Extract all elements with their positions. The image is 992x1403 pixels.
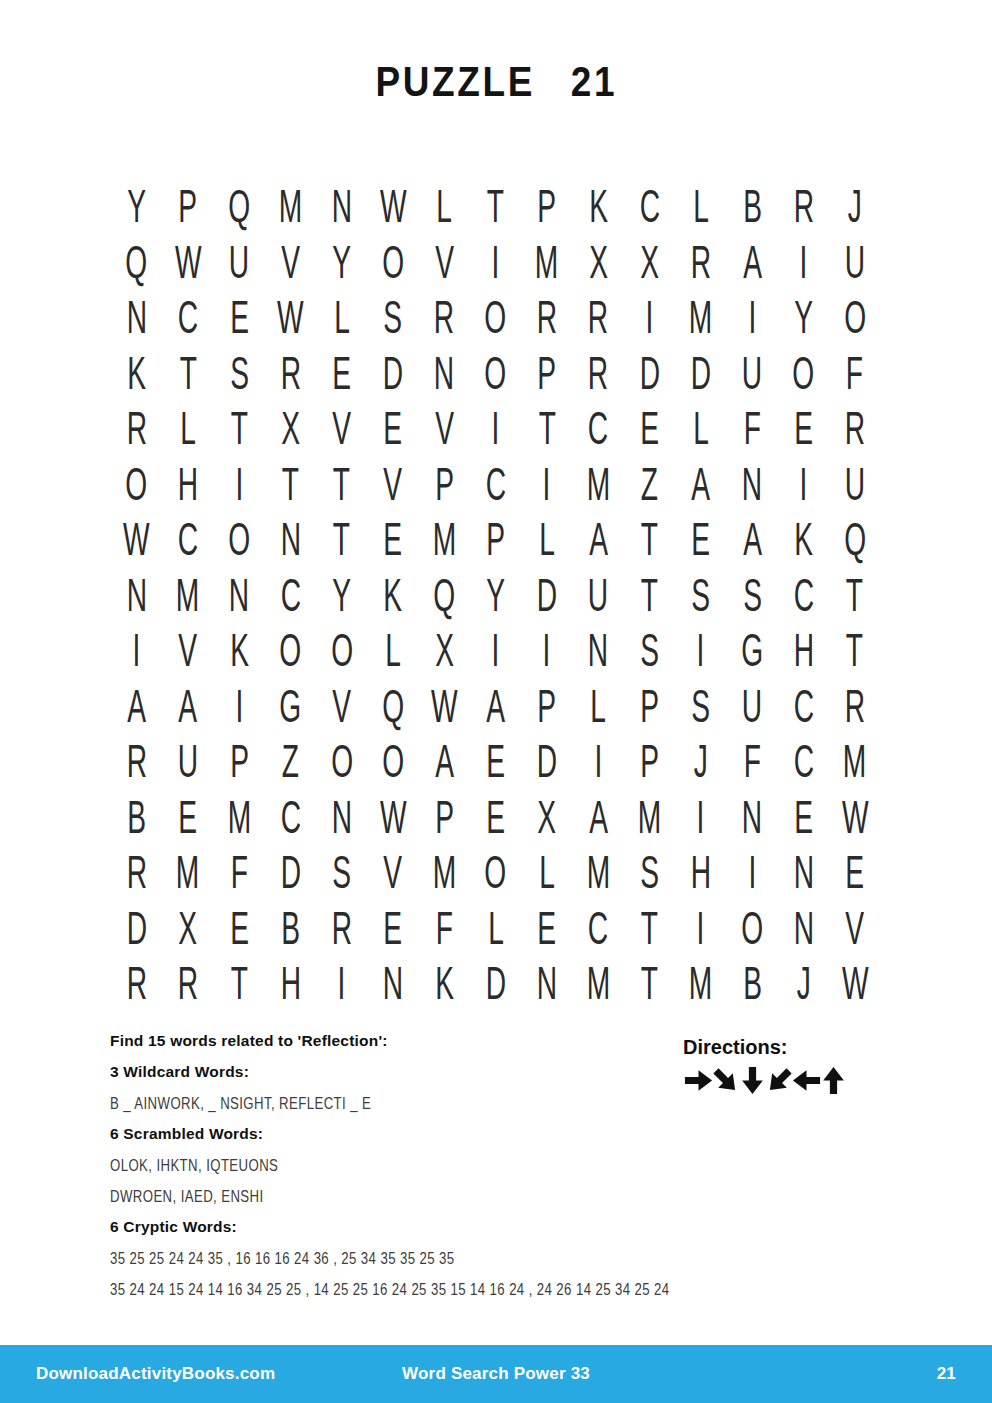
wildcard-words-line: B _ AINWORK, _ NSIGHT, REFLECTI _ E <box>110 1094 695 1112</box>
grid-letter: X <box>179 904 198 951</box>
grid-cell: E <box>829 844 880 900</box>
grid-cell: J <box>829 178 880 234</box>
grid-cell: O <box>470 345 521 401</box>
grid-letter: T <box>333 515 350 562</box>
grid-cell: A <box>470 678 521 734</box>
grid-cell: U <box>829 456 880 512</box>
grid-cell: A <box>675 456 726 512</box>
grid-letter: L <box>385 626 401 673</box>
grid-cell: T <box>265 456 316 512</box>
grid-letter: N <box>280 515 300 562</box>
grid-cell: E <box>778 789 829 845</box>
grid-cell: X <box>265 400 316 456</box>
grid-letter: J <box>848 182 862 229</box>
grid-cell: Y <box>470 567 521 623</box>
grid-letter: T <box>179 349 196 396</box>
grid-cell: C <box>265 789 316 845</box>
grid-cell: U <box>727 345 778 401</box>
grid-cell: I <box>316 955 367 1011</box>
grid-cell: R <box>162 955 213 1011</box>
grid-cell: W <box>367 789 418 845</box>
grid-cell: N <box>367 955 418 1011</box>
grid-letter: A <box>743 515 762 562</box>
footer-website: DownloadActivityBooks.com <box>36 1364 275 1384</box>
grid-cell: V <box>162 622 213 678</box>
grid-cell: R <box>829 400 880 456</box>
grid-letter: J <box>694 737 708 784</box>
grid-letter: E <box>794 793 813 840</box>
grid-letter: M <box>279 182 302 229</box>
grid-cell: T <box>214 955 265 1011</box>
grid-cell: I <box>675 789 726 845</box>
grid-cell: P <box>521 178 572 234</box>
grid-cell: R <box>265 345 316 401</box>
grid-letter: W <box>841 793 868 840</box>
grid-letter: X <box>281 404 300 451</box>
grid-cell: N <box>573 622 624 678</box>
grid-letter: V <box>332 682 351 729</box>
grid-cell: O <box>316 733 367 789</box>
grid-cell: A <box>727 511 778 567</box>
grid-letter: I <box>235 682 243 729</box>
grid-cell: C <box>162 289 213 345</box>
grid-cell: X <box>419 622 470 678</box>
grid-cell: D <box>624 345 675 401</box>
grid-cell: T <box>162 345 213 401</box>
grid-letter: E <box>179 793 198 840</box>
grid-letter: R <box>588 293 608 340</box>
grid-cell: R <box>111 955 162 1011</box>
grid-letter: J <box>796 959 810 1006</box>
grid-cell: I <box>675 900 726 956</box>
find-words-label: Find 15 words related to 'Reflection': <box>110 1032 695 1050</box>
grid-letter: I <box>697 904 705 951</box>
grid-cell: M <box>162 844 213 900</box>
grid-cell: U <box>727 678 778 734</box>
grid-letter: V <box>384 460 403 507</box>
grid-letter: L <box>180 404 196 451</box>
grid-cell: L <box>521 844 572 900</box>
grid-letter: T <box>846 626 863 673</box>
grid-cell: N <box>111 289 162 345</box>
grid-cell: O <box>367 234 418 290</box>
grid-cell: W <box>829 955 880 1011</box>
grid-letter: M <box>535 238 558 285</box>
grid-cell: D <box>111 900 162 956</box>
grid-cell: T <box>214 400 265 456</box>
grid-letter: H <box>793 626 813 673</box>
grid-letter: C <box>280 793 300 840</box>
grid-cell: N <box>727 789 778 845</box>
grid-letter: H <box>280 959 300 1006</box>
grid-cell: M <box>162 567 213 623</box>
grid-cell: E <box>367 400 418 456</box>
grid-letter: G <box>741 626 763 673</box>
grid-letter: O <box>331 626 353 673</box>
grid-letter: N <box>126 293 146 340</box>
grid-letter: C <box>280 571 300 618</box>
grid-cell: D <box>470 955 521 1011</box>
grid-letter: K <box>230 626 249 673</box>
grid-cell: N <box>521 955 572 1011</box>
grid-letter: E <box>384 904 403 951</box>
grid-cell: I <box>470 234 521 290</box>
grid-letter: U <box>742 682 762 729</box>
grid-letter: S <box>743 571 762 618</box>
grid-letter: A <box>127 682 146 729</box>
grid-letter: C <box>793 571 813 618</box>
grid-cell: L <box>419 178 470 234</box>
grid-cell: S <box>675 678 726 734</box>
grid-letter: E <box>486 793 505 840</box>
grid-letter: P <box>640 737 659 784</box>
grid-cell: Z <box>624 456 675 512</box>
grid-letter: C <box>588 404 608 451</box>
grid-letter: O <box>126 460 148 507</box>
grid-letter: I <box>492 404 500 451</box>
grid-cell: H <box>265 955 316 1011</box>
grid-cell: E <box>316 345 367 401</box>
grid-cell: V <box>367 456 418 512</box>
grid-cell: E <box>470 733 521 789</box>
grid-letter: W <box>380 793 407 840</box>
grid-cell: U <box>214 234 265 290</box>
grid-cell: A <box>573 511 624 567</box>
grid-letter: I <box>646 293 654 340</box>
grid-cell: Y <box>778 289 829 345</box>
grid-cell: K <box>111 345 162 401</box>
grid-letter: L <box>539 848 555 895</box>
grid-letter: N <box>383 959 403 1006</box>
grid-letter: H <box>691 848 711 895</box>
grid-letter: D <box>639 349 659 396</box>
grid-cell: E <box>367 511 418 567</box>
directions-label: Directions: <box>683 1036 845 1059</box>
grid-letter: M <box>227 793 250 840</box>
grid-letter: B <box>281 904 300 951</box>
grid-letter: R <box>845 682 865 729</box>
grid-letter: T <box>538 404 555 451</box>
grid-letter: O <box>280 626 302 673</box>
grid-letter: U <box>845 238 865 285</box>
grid-letter: N <box>742 793 762 840</box>
grid-cell: I <box>778 456 829 512</box>
grid-letter: R <box>588 349 608 396</box>
grid-cell: X <box>573 234 624 290</box>
grid-cell: V <box>419 400 470 456</box>
grid-letter: E <box>538 904 557 951</box>
grid-cell: W <box>419 678 470 734</box>
grid-letter: D <box>537 737 557 784</box>
grid-letter: R <box>537 293 557 340</box>
grid-cell: M <box>573 456 624 512</box>
grid-cell: T <box>316 511 367 567</box>
grid-cell: M <box>419 511 470 567</box>
grid-letter: E <box>845 848 864 895</box>
grid-letter: K <box>384 571 403 618</box>
page-title: PUZZLE 21 <box>0 58 992 106</box>
grid-cell: Y <box>316 567 367 623</box>
grid-cell: M <box>265 178 316 234</box>
grid-letter: R <box>126 404 146 451</box>
grid-letter: N <box>332 793 352 840</box>
grid-cell: U <box>162 733 213 789</box>
grid-cell: Y <box>316 234 367 290</box>
page-title-text: PUZZLE 21 <box>375 58 617 106</box>
grid-letter: I <box>697 793 705 840</box>
grid-cell: N <box>214 567 265 623</box>
grid-cell: M <box>573 955 624 1011</box>
grid-letter: R <box>126 848 146 895</box>
grid-letter: F <box>231 848 248 895</box>
grid-letter: E <box>794 404 813 451</box>
grid-cell: S <box>624 844 675 900</box>
grid-letter: O <box>485 293 507 340</box>
grid-letter: L <box>590 682 606 729</box>
grid-letter: G <box>280 682 302 729</box>
grid-letter: P <box>230 737 249 784</box>
grid-letter: X <box>640 238 659 285</box>
grid-letter: W <box>380 182 407 229</box>
grid-cell: H <box>675 844 726 900</box>
grid-cell: W <box>111 511 162 567</box>
grid-cell: P <box>521 345 572 401</box>
grid-letter: M <box>689 959 712 1006</box>
grid-cell: V <box>419 234 470 290</box>
grid-cell: P <box>419 456 470 512</box>
grid-cell: A <box>162 678 213 734</box>
grid-letter: K <box>794 515 813 562</box>
scrambled-words-line-1: OLOK, IHKTN, IQTEUONS <box>110 1156 695 1174</box>
grid-cell: L <box>675 178 726 234</box>
grid-letter: C <box>793 737 813 784</box>
grid-cell: E <box>214 289 265 345</box>
grid-cell: E <box>367 900 418 956</box>
grid-letter: A <box>692 460 711 507</box>
grid-cell: X <box>521 789 572 845</box>
grid-letter: V <box>845 904 864 951</box>
grid-letter: I <box>748 293 756 340</box>
grid-cell: W <box>265 289 316 345</box>
grid-letter: Y <box>332 571 351 618</box>
grid-cell: E <box>521 900 572 956</box>
grid-letter: M <box>689 293 712 340</box>
grid-cell: E <box>778 400 829 456</box>
grid-cell: P <box>214 733 265 789</box>
grid-cell: I <box>521 456 572 512</box>
grid-letter: R <box>126 959 146 1006</box>
grid-letter: M <box>587 848 610 895</box>
grid-letter: S <box>692 682 711 729</box>
grid-letter: O <box>485 349 507 396</box>
grid-letter: E <box>384 515 403 562</box>
grid-cell: Q <box>419 567 470 623</box>
grid-letter: C <box>639 182 659 229</box>
grid-letter: W <box>841 959 868 1006</box>
grid-cell: T <box>829 622 880 678</box>
grid-cell: C <box>573 400 624 456</box>
grid-cell: N <box>265 511 316 567</box>
grid-cell: K <box>778 511 829 567</box>
grid-cell: R <box>778 178 829 234</box>
grid-letter: I <box>748 848 756 895</box>
grid-letter: I <box>697 626 705 673</box>
grid-letter: D <box>537 571 557 618</box>
grid-cell: K <box>367 567 418 623</box>
grid-letter: T <box>846 571 863 618</box>
grid-letter: E <box>692 515 711 562</box>
grid-cell: E <box>624 400 675 456</box>
grid-letter: C <box>588 904 608 951</box>
grid-cell: Q <box>111 234 162 290</box>
grid-cell: E <box>162 789 213 845</box>
grid-cell: C <box>265 567 316 623</box>
grid-letter: Q <box>126 238 148 285</box>
grid-letter: D <box>280 848 300 895</box>
grid-cell: M <box>521 234 572 290</box>
grid-cell: O <box>470 289 521 345</box>
grid-letter: E <box>230 904 249 951</box>
directions-section: Directions: <box>683 1036 845 1096</box>
grid-cell: S <box>624 622 675 678</box>
grid-cell: C <box>778 733 829 789</box>
grid-letter: P <box>435 460 454 507</box>
grid-letter: F <box>846 349 863 396</box>
puzzle-page: PUZZLE 21 YPQMNWLTPKCLBRJQWUVYOVIMXXRAIU… <box>0 0 992 1403</box>
grid-cell: G <box>727 622 778 678</box>
grid-letter: K <box>435 959 454 1006</box>
grid-letter: N <box>229 571 249 618</box>
grid-cell: I <box>214 678 265 734</box>
scrambled-words-line-2: DWROEN, IAED, ENSHI <box>110 1187 695 1205</box>
grid-cell: F <box>829 345 880 401</box>
grid-letter: V <box>179 626 198 673</box>
grid-letter: A <box>179 682 198 729</box>
grid-letter: N <box>793 904 813 951</box>
grid-cell: D <box>521 733 572 789</box>
grid-letter: E <box>332 349 351 396</box>
grid-cell: C <box>778 567 829 623</box>
grid-cell: R <box>573 289 624 345</box>
grid-letter: Q <box>844 515 866 562</box>
grid-letter: U <box>178 737 198 784</box>
grid-letter: E <box>640 404 659 451</box>
grid-letter: F <box>744 404 761 451</box>
grid-letter: C <box>793 682 813 729</box>
grid-letter: V <box>435 404 454 451</box>
grid-cell: P <box>162 178 213 234</box>
grid-letter: N <box>588 626 608 673</box>
grid-letter: O <box>331 737 353 784</box>
grid-letter: O <box>228 515 250 562</box>
grid-cell: C <box>162 511 213 567</box>
grid-cell: L <box>316 289 367 345</box>
grid-letter: C <box>486 460 506 507</box>
grid-cell: C <box>624 178 675 234</box>
grid-letter: P <box>435 793 454 840</box>
grid-letter: T <box>641 571 658 618</box>
grid-cell: M <box>675 289 726 345</box>
grid-cell: E <box>470 789 521 845</box>
grid-cell: M <box>573 844 624 900</box>
grid-letter: Y <box>794 293 813 340</box>
grid-letter: E <box>230 293 249 340</box>
grid-cell: O <box>214 511 265 567</box>
grid-cell: L <box>367 622 418 678</box>
grid-letter: I <box>543 626 551 673</box>
wildcard-words-label: 3 Wildcard Words: <box>110 1063 695 1081</box>
grid-letter: O <box>844 293 866 340</box>
grid-cell: B <box>265 900 316 956</box>
grid-letter: A <box>589 515 608 562</box>
grid-cell: B <box>727 955 778 1011</box>
grid-letter: V <box>435 238 454 285</box>
grid-cell: A <box>727 234 778 290</box>
grid-cell: K <box>573 178 624 234</box>
grid-letter: Z <box>282 737 299 784</box>
grid-cell: R <box>316 900 367 956</box>
grid-cell: B <box>727 178 778 234</box>
grid-cell: C <box>573 900 624 956</box>
cryptic-words-line-2: 35 24 24 15 24 14 16 34 25 25 , 14 25 25… <box>110 1280 695 1298</box>
cryptic-words-label: 6 Cryptic Words: <box>110 1218 695 1236</box>
grid-cell: M <box>624 789 675 845</box>
grid-letter: S <box>640 626 659 673</box>
grid-letter: M <box>587 959 610 1006</box>
grid-letter: Q <box>433 571 455 618</box>
grid-letter: B <box>743 182 762 229</box>
grid-cell: N <box>419 345 470 401</box>
grid-cell: Z <box>265 733 316 789</box>
grid-cell: T <box>624 511 675 567</box>
grid-letter: N <box>126 571 146 618</box>
grid-cell: T <box>829 567 880 623</box>
grid-letter: T <box>641 515 658 562</box>
grid-cell: W <box>829 789 880 845</box>
grid-letter: T <box>231 959 248 1006</box>
grid-cell: P <box>470 511 521 567</box>
grid-letter: I <box>594 737 602 784</box>
grid-cell: M <box>829 733 880 789</box>
grid-letter: A <box>435 737 454 784</box>
grid-letter: P <box>640 682 659 729</box>
grid-letter: D <box>691 349 711 396</box>
grid-cell: S <box>675 567 726 623</box>
grid-cell: O <box>111 456 162 512</box>
grid-cell: R <box>829 678 880 734</box>
grid-letter: U <box>588 571 608 618</box>
grid-letter: B <box>127 793 146 840</box>
grid-cell: T <box>521 400 572 456</box>
grid-letter: P <box>538 182 557 229</box>
grid-cell: H <box>778 622 829 678</box>
grid-cell: I <box>778 234 829 290</box>
cryptic-words-line-1: 35 25 25 24 24 35 , 16 16 16 24 36 , 25 … <box>110 1249 695 1267</box>
grid-cell: D <box>521 567 572 623</box>
grid-cell: I <box>470 622 521 678</box>
grid-letter: M <box>587 460 610 507</box>
grid-cell: I <box>727 844 778 900</box>
grid-cell: O <box>778 345 829 401</box>
grid-letter: M <box>433 848 456 895</box>
grid-letter: Z <box>641 460 658 507</box>
grid-letter: A <box>743 238 762 285</box>
grid-letter: T <box>641 959 658 1006</box>
grid-cell: G <box>265 678 316 734</box>
arrow-up-icon <box>818 1065 849 1096</box>
grid-cell: A <box>573 789 624 845</box>
grid-letter: E <box>384 404 403 451</box>
